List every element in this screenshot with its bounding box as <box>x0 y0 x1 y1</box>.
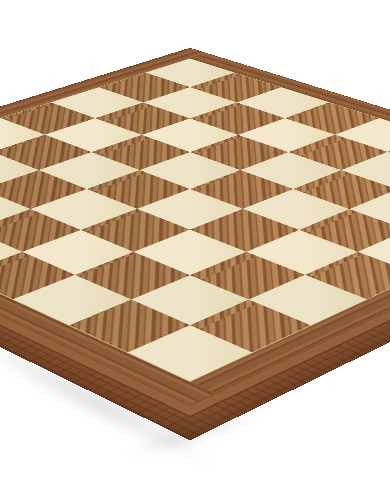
product-photo-stage <box>0 0 390 484</box>
